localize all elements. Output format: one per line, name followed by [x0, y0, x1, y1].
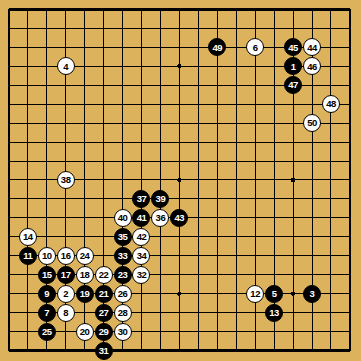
stone-white-22: 22: [95, 266, 113, 284]
move-number: 32: [137, 270, 147, 280]
move-number: 21: [99, 289, 109, 299]
stone-white-44: 44: [303, 38, 321, 56]
move-number: 33: [118, 251, 128, 261]
stone-black-45: 45: [284, 38, 302, 56]
move-number: 22: [99, 270, 109, 280]
stone-black-13: 13: [265, 304, 283, 322]
move-number: 46: [307, 62, 317, 72]
move-number: 45: [288, 43, 298, 53]
move-number: 38: [61, 175, 71, 185]
stone-black-21: 21: [95, 285, 113, 303]
stone-black-7: 7: [38, 304, 56, 322]
stone-white-12: 12: [246, 285, 264, 303]
stone-black-1: 1: [284, 57, 302, 75]
stone-black-17: 17: [57, 266, 75, 284]
move-number: 2: [63, 289, 68, 299]
move-number: 3: [310, 289, 315, 299]
stone-white-2: 2: [57, 285, 75, 303]
move-number: 16: [61, 251, 71, 261]
move-number: 19: [80, 289, 90, 299]
move-number: 48: [326, 99, 336, 109]
stone-white-24: 24: [76, 247, 94, 265]
move-number: 15: [42, 270, 52, 280]
move-number: 37: [137, 194, 147, 204]
move-number: 20: [80, 327, 90, 337]
move-number: 29: [99, 327, 109, 337]
move-number: 24: [80, 251, 90, 261]
move-number: 5: [272, 289, 277, 299]
stone-black-33: 33: [114, 247, 132, 265]
move-number: 11: [23, 251, 32, 261]
stone-white-30: 30: [114, 323, 132, 341]
stone-white-32: 32: [132, 266, 150, 284]
move-number: 17: [61, 270, 71, 280]
move-number: 4: [63, 62, 68, 72]
stone-white-46: 46: [303, 57, 321, 75]
stone-white-8: 8: [57, 304, 75, 322]
stone-white-16: 16: [57, 247, 75, 265]
stone-white-38: 38: [57, 171, 75, 189]
move-number: 30: [118, 327, 128, 337]
stone-white-4: 4: [57, 57, 75, 75]
stone-white-48: 48: [322, 95, 340, 113]
stone-black-37: 37: [132, 190, 150, 208]
stone-black-41: 41: [132, 209, 150, 227]
stone-black-19: 19: [76, 285, 94, 303]
move-number: 44: [307, 43, 317, 53]
stone-white-26: 26: [114, 285, 132, 303]
move-number: 36: [156, 213, 166, 223]
stone-white-20: 20: [76, 323, 94, 341]
stone-white-18: 18: [76, 266, 94, 284]
stone-white-28: 28: [114, 304, 132, 322]
stone-white-42: 42: [132, 228, 150, 246]
stone-black-23: 23: [114, 266, 132, 284]
stone-black-25: 25: [38, 323, 56, 341]
stone-white-14: 14: [19, 228, 37, 246]
move-number: 31: [99, 346, 109, 356]
move-number: 42: [137, 232, 147, 242]
stone-white-36: 36: [151, 209, 169, 227]
move-number: 1: [291, 62, 296, 72]
stone-black-43: 43: [170, 209, 188, 227]
move-number: 14: [23, 232, 33, 242]
move-number: 23: [118, 270, 128, 280]
move-number: 6: [253, 43, 258, 53]
move-number: 39: [156, 194, 166, 204]
stone-black-35: 35: [114, 228, 132, 246]
stone-white-40: 40: [114, 209, 132, 227]
move-number: 9: [44, 289, 49, 299]
move-number: 41: [137, 213, 147, 223]
stone-black-39: 39: [151, 190, 169, 208]
stone-black-29: 29: [95, 323, 113, 341]
move-number: 8: [63, 308, 68, 318]
move-number: 27: [99, 308, 109, 318]
move-number: 28: [118, 308, 128, 318]
go-board: 1234567891011121314151617181920212223242…: [0, 0, 361, 361]
move-number: 25: [42, 327, 52, 337]
move-number: 49: [212, 43, 222, 53]
move-number: 18: [80, 270, 90, 280]
move-number: 47: [288, 80, 298, 90]
move-number: 13: [269, 308, 279, 318]
move-number: 26: [118, 289, 128, 299]
move-number: 34: [137, 251, 147, 261]
move-number: 12: [250, 289, 260, 299]
stone-black-31: 31: [95, 342, 113, 360]
stone-black-5: 5: [265, 285, 283, 303]
move-number: 43: [175, 213, 185, 223]
move-number: 7: [44, 308, 49, 318]
stone-black-27: 27: [95, 304, 113, 322]
move-number: 35: [118, 232, 128, 242]
stone-black-9: 9: [38, 285, 56, 303]
move-number: 10: [42, 251, 52, 261]
move-number: 40: [118, 213, 128, 223]
stone-white-10: 10: [38, 247, 56, 265]
stone-black-49: 49: [208, 38, 226, 56]
stone-black-11: 11: [19, 247, 37, 265]
move-number: 50: [307, 118, 317, 128]
stones-layer: 1234567891011121314151617181920212223242…: [0, 0, 361, 361]
stone-black-3: 3: [303, 285, 321, 303]
stone-black-15: 15: [38, 266, 56, 284]
stone-black-47: 47: [284, 76, 302, 94]
stone-white-6: 6: [246, 38, 264, 56]
stone-white-34: 34: [132, 247, 150, 265]
stone-white-50: 50: [303, 114, 321, 132]
